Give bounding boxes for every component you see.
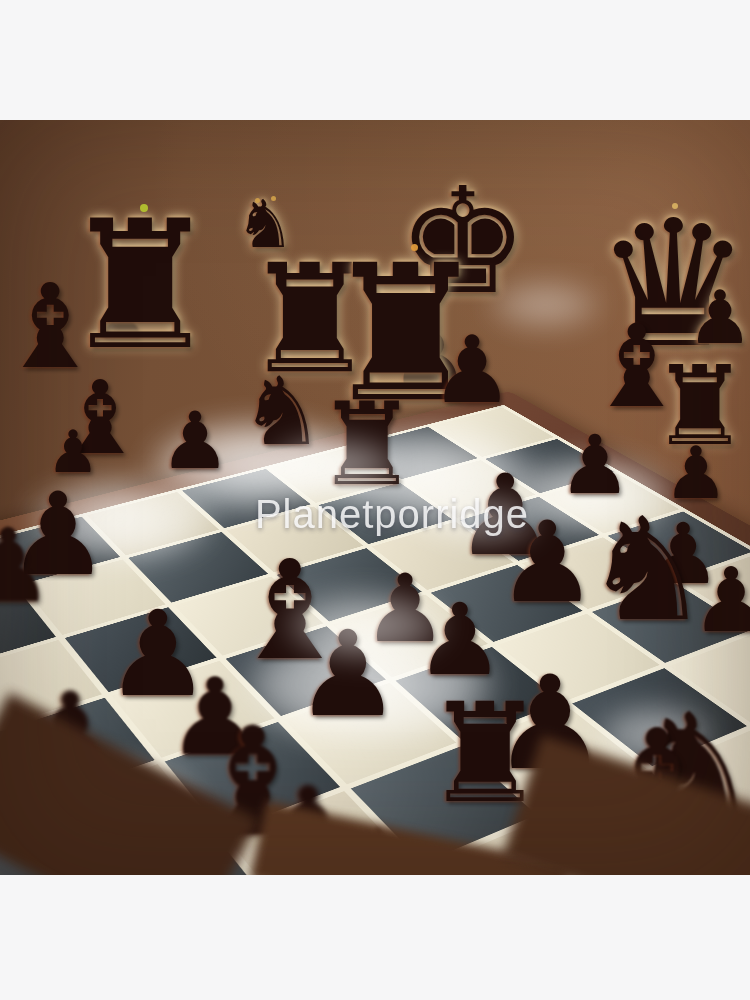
black-pawn-h5: ♟ <box>691 556 750 645</box>
watermark: Planetporridge <box>255 492 529 537</box>
black-pawn-f7: ♟ <box>430 324 513 417</box>
black-pawn-c6: ♟ <box>160 402 231 481</box>
product-image: ♞♚♟♟♜♛♝♜♟♜♟♝♞♜♝♟♟♜♟♟♟♟♟♟♟♞♟♟♝♟♟♟♟♟♟♜♞♝♝♟… <box>0 0 750 1000</box>
matte-top <box>0 0 750 120</box>
black-knight-d6: ♞ <box>240 365 324 459</box>
black-pawn-a5: ♟ <box>0 516 54 618</box>
chess-artwork: ♞♚♟♟♜♛♝♜♟♜♟♝♞♜♝♟♟♜♟♟♟♟♟♟♟♞♟♟♝♟♟♟♟♟♟♜♞♝♝♟… <box>0 120 750 875</box>
matte-bottom <box>0 875 750 1000</box>
black-rook-e6: ♜ <box>316 388 418 502</box>
